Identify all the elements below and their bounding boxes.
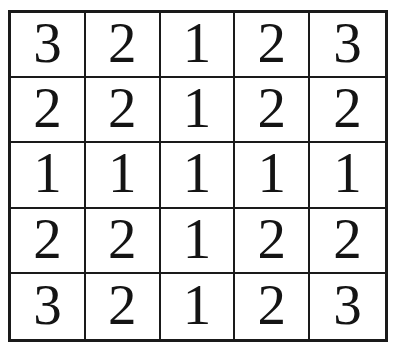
grid-cell-r2c2: 2 xyxy=(86,78,161,143)
number-grid-board: 3 2 1 2 3 2 2 1 2 2 1 1 1 1 1 2 2 1 2 2 … xyxy=(8,10,388,342)
grid-cell-r4c3: 1 xyxy=(161,209,236,274)
grid-cell-r1c5: 3 xyxy=(310,13,385,78)
grid-cell-r5c5: 3 xyxy=(310,274,385,339)
grid-cell-r3c4: 1 xyxy=(235,143,310,208)
grid-cell-r1c3: 1 xyxy=(161,13,236,78)
grid-cell-r5c3: 1 xyxy=(161,274,236,339)
grid-cell-r5c1: 3 xyxy=(11,274,86,339)
grid-cell-r4c2: 2 xyxy=(86,209,161,274)
grid-cell-r2c4: 2 xyxy=(235,78,310,143)
grid-cell-r5c2: 2 xyxy=(86,274,161,339)
grid-cell-r1c4: 2 xyxy=(235,13,310,78)
grid-cell-r3c5: 1 xyxy=(310,143,385,208)
grid-cell-r3c3: 1 xyxy=(161,143,236,208)
grid-cell-r5c4: 2 xyxy=(235,274,310,339)
grid-cell-r4c5: 2 xyxy=(310,209,385,274)
grid-cell-r1c2: 2 xyxy=(86,13,161,78)
grid-cell-r2c1: 2 xyxy=(11,78,86,143)
grid-cell-r2c3: 1 xyxy=(161,78,236,143)
grid-cell-r1c1: 3 xyxy=(11,13,86,78)
grid-cell-r4c4: 2 xyxy=(235,209,310,274)
grid-cell-r2c5: 2 xyxy=(310,78,385,143)
grid-cell-r4c1: 2 xyxy=(11,209,86,274)
grid-cell-r3c1: 1 xyxy=(11,143,86,208)
grid-cell-r3c2: 1 xyxy=(86,143,161,208)
